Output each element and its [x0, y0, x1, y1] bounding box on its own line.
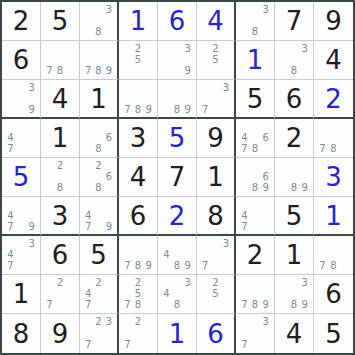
candidate-1	[5, 121, 16, 132]
cell-r2c8[interactable]: 38	[275, 41, 314, 80]
cell-r7c8[interactable]: 1	[275, 236, 314, 275]
candidate-9	[221, 104, 231, 115]
candidate-marks: 247	[80, 275, 117, 313]
candidate-marks: 389	[275, 275, 313, 313]
candidate-5	[250, 132, 261, 143]
candidate-8: 8	[289, 300, 300, 311]
candidate-5: 5	[210, 288, 220, 299]
candidate-1	[83, 316, 93, 328]
candidate-marks: 789	[236, 275, 274, 313]
cell-r9c7[interactable]: 37	[236, 314, 275, 353]
cell-r8c9[interactable]: 6	[314, 275, 353, 314]
candidate-marks: 47	[2, 119, 40, 157]
cell-r9c9[interactable]: 5	[314, 314, 353, 353]
cell-r1c9[interactable]: 9	[314, 2, 353, 41]
candidate-9	[26, 261, 37, 272]
candidate-9	[182, 300, 193, 311]
candidate-3	[182, 238, 193, 249]
candidate-2: 2	[93, 277, 103, 288]
candidate-6	[260, 328, 271, 340]
candidate-7	[239, 183, 250, 194]
cell-r8c2[interactable]: 27	[41, 275, 80, 314]
candidate-8	[133, 339, 144, 351]
candidate-1	[200, 238, 210, 249]
candidate-3: 3	[104, 316, 114, 328]
candidate-6	[26, 249, 37, 260]
cell-r3c9[interactable]: 2	[314, 80, 353, 119]
candidate-4	[44, 54, 55, 65]
cell-r7c7[interactable]: 2	[236, 236, 275, 275]
cell-r1c2[interactable]: 5	[41, 2, 80, 41]
candidate-4	[83, 328, 93, 340]
candidate-1	[317, 238, 328, 249]
candidate-5	[328, 132, 339, 143]
cell-r5c4[interactable]: 4	[119, 158, 158, 197]
cell-r8c8[interactable]: 389	[275, 275, 314, 314]
cell-r9c1[interactable]: 8	[2, 314, 41, 353]
candidate-2	[250, 160, 261, 171]
cell-r5c2[interactable]: 28	[41, 158, 80, 197]
cell-r6c5[interactable]: 2	[158, 197, 197, 236]
candidate-marks: 47	[236, 197, 274, 234]
cell-r2c9[interactable]: 4	[314, 41, 353, 80]
candidate-6	[104, 328, 114, 340]
candidate-4	[317, 132, 328, 143]
candidate-3: 3	[299, 277, 310, 288]
candidate-marks: 25	[197, 275, 234, 313]
cell-r1c8[interactable]: 7	[275, 2, 314, 41]
candidate-4: 4	[161, 249, 172, 260]
candidate-marks: 89	[275, 158, 313, 196]
candidate-marks: 37	[236, 314, 274, 353]
cell-value: 1	[52, 125, 69, 151]
candidate-3	[260, 121, 271, 132]
cell-value: 6	[286, 86, 303, 112]
cell-r7c3[interactable]: 5	[80, 236, 119, 275]
candidate-4	[239, 328, 250, 340]
candidate-6	[221, 249, 231, 260]
candidate-1	[161, 82, 172, 93]
cell-r5c8[interactable]: 89	[275, 158, 314, 197]
cell-value: 7	[169, 164, 186, 190]
candidate-4	[83, 15, 93, 26]
cell-r5c9[interactable]: 3	[314, 158, 353, 197]
cell-r3c1[interactable]: 39	[2, 80, 41, 119]
candidate-1	[278, 277, 289, 288]
candidate-6	[143, 288, 154, 299]
candidate-1	[83, 121, 93, 132]
candidate-5	[289, 288, 300, 299]
candidate-8	[93, 339, 103, 351]
candidate-1	[83, 199, 93, 210]
cell-r5c7[interactable]: 689	[236, 158, 275, 197]
candidate-7	[278, 300, 289, 311]
cell-r8c6[interactable]: 25	[197, 275, 236, 314]
candidate-2	[210, 82, 220, 93]
cell-r3c4[interactable]: 789	[119, 80, 158, 119]
candidate-3	[65, 43, 76, 54]
candidate-9	[339, 261, 350, 272]
cell-r8c3[interactable]: 247	[80, 275, 119, 314]
candidate-6	[104, 54, 114, 65]
cell-r4c1[interactable]: 47	[2, 119, 41, 158]
candidate-6	[143, 328, 154, 340]
candidate-6	[299, 54, 310, 65]
candidate-marks: 28	[41, 158, 79, 196]
candidate-9: 9	[104, 221, 114, 232]
cell-r6c1[interactable]: 479	[2, 197, 41, 236]
candidate-2	[172, 238, 183, 249]
candidate-7: 7	[239, 221, 250, 232]
candidate-marks: 489	[158, 236, 196, 274]
candidate-3	[26, 199, 37, 210]
candidate-5	[250, 328, 261, 340]
candidate-3	[143, 316, 154, 328]
candidate-8	[133, 66, 144, 77]
candidate-2	[16, 121, 27, 132]
candidate-8: 8	[93, 183, 103, 194]
candidate-9: 9	[26, 104, 37, 115]
candidate-8: 8	[93, 27, 103, 38]
cell-value: 1	[286, 242, 303, 268]
candidate-2	[172, 277, 183, 288]
candidate-7: 7	[83, 339, 93, 351]
cell-r3c5[interactable]: 89	[158, 80, 197, 119]
cell-r7c4[interactable]: 789	[119, 236, 158, 275]
candidate-6	[182, 54, 193, 65]
candidate-7: 7	[200, 104, 210, 115]
candidate-2: 2	[93, 160, 103, 171]
cell-r9c4[interactable]: 27	[119, 314, 158, 353]
candidate-7	[161, 261, 172, 272]
candidate-8	[16, 144, 27, 155]
candidate-9: 9	[299, 183, 310, 194]
cell-value: 2	[247, 242, 264, 268]
candidate-1	[122, 238, 133, 249]
candidate-2	[328, 238, 339, 249]
cell-r4c7[interactable]: 4678	[236, 119, 275, 158]
candidate-1	[200, 277, 210, 288]
cell-r1c1[interactable]: 2	[2, 2, 41, 41]
cell-r5c5[interactable]: 7	[158, 158, 197, 197]
candidate-1	[278, 160, 289, 171]
candidate-9: 9	[260, 183, 271, 194]
candidate-8: 8	[328, 144, 339, 155]
cell-r9c6[interactable]: 6	[197, 314, 236, 353]
cell-r1c6[interactable]: 4	[197, 2, 236, 41]
cell-r4c9[interactable]: 78	[314, 119, 353, 158]
cell-r6c2[interactable]: 3	[41, 197, 80, 236]
candidate-6	[221, 288, 231, 299]
cell-r6c9[interactable]: 1	[314, 197, 353, 236]
candidate-4: 4	[239, 132, 250, 143]
candidate-4	[5, 93, 16, 104]
candidate-3: 3	[104, 4, 114, 15]
candidate-8: 8	[93, 66, 103, 77]
cell-r1c4[interactable]: 1	[119, 2, 158, 41]
cell-r3c3[interactable]: 1	[80, 80, 119, 119]
candidate-5: 5	[210, 54, 220, 65]
candidate-5	[172, 54, 183, 65]
candidate-6	[260, 288, 271, 299]
candidate-6	[65, 288, 76, 299]
cell-value: 4	[325, 47, 342, 73]
candidate-9	[221, 66, 231, 77]
candidate-4	[200, 288, 210, 299]
candidate-2: 2	[210, 43, 220, 54]
candidate-5	[55, 171, 66, 182]
candidate-marks: 789	[80, 41, 117, 79]
cell-r6c7[interactable]: 47	[236, 197, 275, 236]
candidate-1	[83, 43, 93, 54]
candidate-7: 7	[83, 66, 93, 77]
cell-r9c8[interactable]: 4	[275, 314, 314, 353]
candidate-5	[250, 15, 261, 26]
cell-r7c6[interactable]: 37	[197, 236, 236, 275]
candidate-5	[55, 54, 66, 65]
candidate-1	[122, 43, 133, 54]
candidate-6	[104, 210, 114, 221]
cell-r2c3[interactable]: 789	[80, 41, 119, 80]
candidate-5	[16, 210, 27, 221]
candidate-marks: 27	[119, 314, 157, 353]
candidate-7: 7	[317, 261, 328, 272]
candidate-9: 9	[143, 104, 154, 115]
candidate-4	[44, 171, 55, 182]
candidate-8: 8	[55, 66, 66, 77]
cell-r2c1[interactable]: 6	[2, 41, 41, 80]
candidate-3: 3	[182, 277, 193, 288]
candidate-1	[317, 121, 328, 132]
candidate-2: 2	[93, 316, 103, 328]
candidate-marks: 268	[80, 158, 117, 196]
candidate-7	[200, 300, 210, 311]
candidate-1	[44, 160, 55, 171]
cell-r7c1[interactable]: 347	[2, 236, 41, 275]
candidate-2	[172, 82, 183, 93]
cell-r6c3[interactable]: 479	[80, 197, 119, 236]
candidate-5	[133, 93, 144, 104]
candidate-6	[299, 171, 310, 182]
candidate-8: 8	[55, 183, 66, 194]
candidate-marks: 689	[236, 158, 274, 196]
cell-value: 5	[286, 203, 303, 229]
cell-r6c8[interactable]: 5	[275, 197, 314, 236]
candidate-6	[221, 54, 231, 65]
candidate-3	[339, 121, 350, 132]
candidate-4: 4	[5, 132, 16, 143]
cell-r5c3[interactable]: 268	[80, 158, 119, 197]
candidate-3: 3	[182, 43, 193, 54]
cell-value: 6	[13, 47, 30, 73]
candidate-marks: 78	[314, 236, 353, 274]
candidate-7	[239, 27, 250, 38]
candidate-3: 3	[221, 82, 231, 93]
candidate-7	[83, 144, 93, 155]
candidate-9	[104, 183, 114, 194]
candidate-6: 6	[260, 171, 271, 182]
cell-r6c4[interactable]: 6	[119, 197, 158, 236]
cell-r9c3[interactable]: 237	[80, 314, 119, 353]
cell-r1c5[interactable]: 6	[158, 2, 197, 41]
candidate-marks: 4678	[236, 119, 274, 157]
candidate-2: 2	[55, 277, 66, 288]
candidate-9	[221, 261, 231, 272]
cell-r4c2[interactable]: 1	[41, 119, 80, 158]
candidate-2	[250, 121, 261, 132]
candidate-3	[143, 43, 154, 54]
candidate-8: 8	[133, 261, 144, 272]
candidate-9	[143, 339, 154, 351]
cell-r8c4[interactable]: 2578	[119, 275, 158, 314]
candidate-2	[210, 238, 220, 249]
cell-value: 1	[325, 203, 342, 229]
candidate-8	[210, 261, 220, 272]
cell-r7c5[interactable]: 489	[158, 236, 197, 275]
cell-r7c9[interactable]: 78	[314, 236, 353, 275]
candidate-7: 7	[83, 300, 93, 311]
candidate-2: 2	[133, 43, 144, 54]
candidate-1	[200, 82, 210, 93]
cell-r3c7[interactable]: 5	[236, 80, 275, 119]
candidate-9: 9	[182, 104, 193, 115]
cell-r7c2[interactable]: 6	[41, 236, 80, 275]
candidate-1	[161, 43, 172, 54]
candidate-7: 7	[122, 261, 133, 272]
candidate-7	[83, 183, 93, 194]
candidate-2	[133, 238, 144, 249]
candidate-7: 7	[122, 339, 133, 351]
sudoku-board: 2538164387967878925392513843941789893756…	[0, 0, 355, 355]
candidate-6	[221, 93, 231, 104]
candidate-2: 2	[210, 277, 220, 288]
candidate-2	[16, 82, 27, 93]
candidate-3	[143, 238, 154, 249]
candidate-2	[250, 277, 261, 288]
cell-value: 1	[13, 281, 30, 307]
candidate-9	[221, 300, 231, 311]
candidate-7	[122, 66, 133, 77]
cell-r3c6[interactable]: 37	[197, 80, 236, 119]
cell-r5c6[interactable]: 1	[197, 158, 236, 197]
cell-r2c6[interactable]: 25	[197, 41, 236, 80]
candidate-4	[317, 249, 328, 260]
cell-r3c2[interactable]: 4	[41, 80, 80, 119]
cell-r8c7[interactable]: 789	[236, 275, 275, 314]
cell-r2c2[interactable]: 78	[41, 41, 80, 80]
candidate-marks: 39	[2, 80, 40, 117]
cell-r8c1[interactable]: 1	[2, 275, 41, 314]
candidate-8: 8	[172, 300, 183, 311]
candidate-1	[44, 277, 55, 288]
cell-r2c7[interactable]: 1	[236, 41, 275, 80]
candidate-marks: 347	[2, 236, 40, 274]
candidate-3	[143, 82, 154, 93]
candidate-2: 2	[133, 277, 144, 288]
candidate-4	[200, 93, 210, 104]
candidate-7: 7	[83, 221, 93, 232]
candidate-3	[104, 43, 114, 54]
candidate-marks: 27	[41, 275, 79, 313]
candidate-1	[239, 277, 250, 288]
candidate-5	[172, 288, 183, 299]
candidate-7: 7	[5, 261, 16, 272]
cell-r5c1[interactable]: 5	[2, 158, 41, 197]
cell-r6c6[interactable]: 8	[197, 197, 236, 236]
candidate-6	[182, 249, 193, 260]
cell-value: 4	[207, 8, 224, 34]
cell-r4c3[interactable]: 68	[80, 119, 119, 158]
cell-r4c6[interactable]: 9	[197, 119, 236, 158]
cell-value: 5	[13, 164, 30, 190]
candidate-8	[172, 66, 183, 77]
candidate-3	[260, 277, 271, 288]
cell-value: 6	[52, 242, 69, 268]
cell-value: 1	[207, 164, 224, 190]
candidate-3	[65, 160, 76, 171]
cell-value: 6	[130, 203, 147, 229]
candidate-8: 8	[250, 183, 261, 194]
candidate-3	[221, 43, 231, 54]
candidate-4: 4	[83, 288, 93, 299]
candidate-2	[172, 43, 183, 54]
candidate-5	[210, 93, 220, 104]
candidate-9	[104, 27, 114, 38]
cell-r9c5[interactable]: 1	[158, 314, 197, 353]
cell-r2c5[interactable]: 39	[158, 41, 197, 80]
candidate-2	[250, 316, 261, 328]
candidate-2: 2	[55, 160, 66, 171]
candidate-5	[172, 93, 183, 104]
candidate-3	[143, 277, 154, 288]
candidate-5	[93, 288, 103, 299]
candidate-9: 9	[182, 261, 193, 272]
cell-r4c4[interactable]: 3	[119, 119, 158, 158]
cell-r1c3[interactable]: 38	[80, 2, 119, 41]
cell-r2c4[interactable]: 25	[119, 41, 158, 80]
candidate-1	[161, 238, 172, 249]
candidate-2	[133, 82, 144, 93]
candidate-8	[250, 339, 261, 351]
cell-value: 6	[169, 8, 186, 34]
candidate-6	[65, 54, 76, 65]
candidate-1	[239, 121, 250, 132]
cell-r4c5[interactable]: 5	[158, 119, 197, 158]
candidate-5	[250, 171, 261, 182]
candidate-8: 8	[289, 183, 300, 194]
cell-r8c5[interactable]: 348	[158, 275, 197, 314]
cell-r4c8[interactable]: 2	[275, 119, 314, 158]
candidate-4: 4	[5, 210, 16, 221]
candidate-1	[5, 238, 16, 249]
candidate-9	[104, 144, 114, 155]
candidate-4	[278, 171, 289, 182]
candidate-5	[93, 54, 103, 65]
candidate-4	[83, 171, 93, 182]
candidate-5	[16, 93, 27, 104]
candidate-8: 8	[93, 144, 103, 155]
candidate-9	[339, 144, 350, 155]
candidate-9: 9	[143, 261, 154, 272]
candidate-marks: 89	[158, 80, 196, 117]
cell-r1c7[interactable]: 38	[236, 2, 275, 41]
candidate-4	[83, 132, 93, 143]
cell-value: 3	[52, 203, 69, 229]
candidate-5	[210, 249, 220, 260]
cell-r3c8[interactable]: 6	[275, 80, 314, 119]
candidate-marks: 38	[236, 2, 274, 40]
cell-r9c2[interactable]: 9	[41, 314, 80, 353]
